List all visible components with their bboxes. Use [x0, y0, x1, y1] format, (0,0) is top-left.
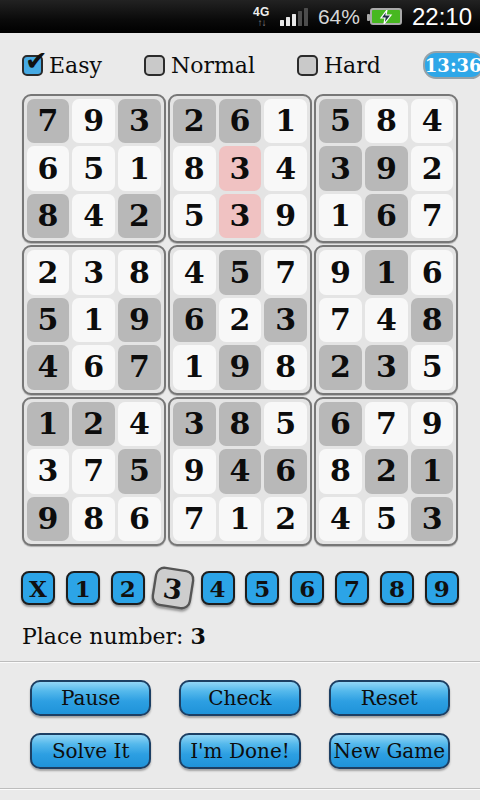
cell-r1c6[interactable]: 1: [264, 99, 307, 143]
cell-r3c3[interactable]: 2: [118, 194, 161, 238]
cell-r2c7[interactable]: 3: [319, 146, 362, 190]
cell-r5c6[interactable]: 3: [264, 298, 307, 342]
cell-r3c9[interactable]: 7: [411, 194, 454, 238]
box-8: 385946712: [168, 397, 312, 546]
cell-r5c7[interactable]: 7: [319, 298, 362, 342]
cell-r2c1[interactable]: 6: [27, 146, 70, 190]
cell-r7c2[interactable]: 2: [72, 402, 115, 446]
cell-r8c2[interactable]: 7: [72, 449, 115, 493]
cell-r2c5[interactable]: 3: [219, 146, 262, 190]
number-key-6[interactable]: 6: [290, 571, 324, 605]
cell-r4c4[interactable]: 4: [173, 250, 216, 294]
place-number-value: 3: [191, 623, 206, 649]
cell-r3c1[interactable]: 8: [27, 194, 70, 238]
cell-r3c5[interactable]: 3: [219, 194, 262, 238]
box-3: 584392167: [314, 94, 458, 243]
box-5: 457623198: [168, 245, 312, 394]
cell-r2c6[interactable]: 4: [264, 146, 307, 190]
cell-r8c1[interactable]: 3: [27, 449, 70, 493]
cell-r1c7[interactable]: 5: [319, 99, 362, 143]
difficulty-option-easy[interactable]: ✔Easy: [22, 53, 102, 78]
cell-r6c7[interactable]: 2: [319, 345, 362, 389]
cell-r1c5[interactable]: 6: [219, 99, 262, 143]
difficulty-option-normal[interactable]: ✔Normal: [144, 53, 255, 78]
box-7: 124375986: [22, 397, 166, 546]
cell-r3c2[interactable]: 4: [72, 194, 115, 238]
check-button[interactable]: Check: [179, 680, 300, 716]
sudoku-grid: 7936518422618345395843921672385194674576…: [22, 94, 459, 546]
cell-r3c7[interactable]: 1: [319, 194, 362, 238]
cell-r9c3[interactable]: 6: [118, 497, 161, 541]
cell-r9c7[interactable]: 4: [319, 497, 362, 541]
cell-r8c7[interactable]: 8: [319, 449, 362, 493]
cell-r2c3[interactable]: 1: [118, 146, 161, 190]
cell-r4c7[interactable]: 9: [319, 250, 362, 294]
cell-r7c4[interactable]: 3: [173, 402, 216, 446]
cell-r7c9[interactable]: 9: [411, 402, 454, 446]
action-buttons: PauseCheckResetSolve ItI'm Done!New Game: [30, 680, 450, 769]
difficulty-option-hard[interactable]: ✔Hard: [297, 53, 381, 78]
i-m-done-button[interactable]: I'm Done!: [179, 733, 300, 769]
divider-top: [0, 661, 480, 663]
game-timer: 13:36: [423, 51, 480, 79]
status-bar: 4G ↑↓ 64% 22:10: [0, 0, 480, 33]
unchecked-checkbox[interactable]: ✔: [297, 55, 318, 76]
cell-r1c2[interactable]: 9: [72, 99, 115, 143]
cell-r9c6[interactable]: 2: [264, 497, 307, 541]
cell-r8c4[interactable]: 9: [173, 449, 216, 493]
cell-r8c9[interactable]: 1: [411, 449, 454, 493]
divider-bottom: [0, 788, 480, 790]
cell-r1c1[interactable]: 7: [27, 99, 70, 143]
cell-r6c3[interactable]: 7: [118, 345, 161, 389]
cell-r7c5[interactable]: 8: [219, 402, 262, 446]
cell-r9c9[interactable]: 3: [411, 497, 454, 541]
number-key-5[interactable]: 5: [245, 571, 279, 605]
place-number-label: Place number:: [22, 624, 184, 649]
cell-r8c5[interactable]: 4: [219, 449, 262, 493]
cell-r9c8[interactable]: 5: [365, 497, 408, 541]
cell-r1c9[interactable]: 4: [411, 99, 454, 143]
cell-r1c4[interactable]: 2: [173, 99, 216, 143]
cell-r5c1[interactable]: 5: [27, 298, 70, 342]
cell-r6c9[interactable]: 5: [411, 345, 454, 389]
signal-strength-icon: [280, 8, 308, 26]
place-number-line: Place number: 3: [22, 623, 480, 649]
difficulty-row: ✔Easy✔Normal✔Hard13:36: [22, 50, 458, 80]
cell-r1c8[interactable]: 8: [365, 99, 408, 143]
new-game-button[interactable]: New Game: [329, 733, 450, 769]
cell-r3c6[interactable]: 9: [264, 194, 307, 238]
erase-key[interactable]: X: [21, 571, 55, 605]
cell-r5c4[interactable]: 6: [173, 298, 216, 342]
cell-r8c3[interactable]: 5: [118, 449, 161, 493]
cell-r5c2[interactable]: 1: [72, 298, 115, 342]
cell-r2c4[interactable]: 8: [173, 146, 216, 190]
difficulty-label: Normal: [171, 53, 255, 78]
cell-r3c4[interactable]: 5: [173, 194, 216, 238]
unchecked-checkbox[interactable]: ✔: [144, 55, 165, 76]
box-9: 679821453: [314, 397, 458, 546]
battery-percent: 64%: [318, 5, 360, 29]
difficulty-label: Easy: [49, 53, 102, 78]
cell-r7c1[interactable]: 1: [27, 402, 70, 446]
cell-r4c8[interactable]: 1: [365, 250, 408, 294]
cell-r5c3[interactable]: 9: [118, 298, 161, 342]
cell-r5c9[interactable]: 8: [411, 298, 454, 342]
number-key-4[interactable]: 4: [201, 571, 235, 605]
cell-r4c5[interactable]: 5: [219, 250, 262, 294]
cell-r9c4[interactable]: 7: [173, 497, 216, 541]
cell-r4c9[interactable]: 6: [411, 250, 454, 294]
cell-r6c8[interactable]: 3: [365, 345, 408, 389]
cell-r4c1[interactable]: 2: [27, 250, 70, 294]
cell-r5c5[interactable]: 2: [219, 298, 262, 342]
cell-r8c6[interactable]: 6: [264, 449, 307, 493]
cell-r2c8[interactable]: 9: [365, 146, 408, 190]
number-key-9[interactable]: 9: [425, 571, 459, 605]
checked-checkbox[interactable]: ✔: [22, 55, 43, 76]
cell-r4c6[interactable]: 7: [264, 250, 307, 294]
cell-r7c6[interactable]: 5: [264, 402, 307, 446]
cell-r7c7[interactable]: 6: [319, 402, 362, 446]
solve-it-button[interactable]: Solve It: [30, 733, 151, 769]
number-pad: X123456789: [21, 568, 459, 608]
cell-r9c5[interactable]: 1: [219, 497, 262, 541]
difficulty-label: Hard: [324, 53, 381, 78]
cell-r7c3[interactable]: 4: [118, 402, 161, 446]
lightning-bolt-icon: [379, 10, 393, 24]
cell-r2c2[interactable]: 5: [72, 146, 115, 190]
cell-r4c3[interactable]: 8: [118, 250, 161, 294]
box-1: 793651842: [22, 94, 166, 243]
data-arrows-icon: ↑↓: [257, 18, 265, 28]
battery-icon: [370, 8, 402, 25]
cell-r5c8[interactable]: 4: [365, 298, 408, 342]
box-6: 916748235: [314, 245, 458, 394]
checkmark-icon: ✔: [25, 45, 48, 76]
cell-r6c5[interactable]: 9: [219, 345, 262, 389]
number-key-7[interactable]: 7: [335, 571, 369, 605]
cell-r6c6[interactable]: 8: [264, 345, 307, 389]
network-4g-icon: 4G ↑↓: [253, 6, 270, 28]
number-key-3[interactable]: 3: [150, 565, 196, 611]
cell-r6c4[interactable]: 1: [173, 345, 216, 389]
cell-r9c1[interactable]: 9: [27, 497, 70, 541]
number-key-2[interactable]: 2: [111, 571, 145, 605]
pause-button[interactable]: Pause: [30, 680, 151, 716]
box-4: 238519467: [22, 245, 166, 394]
cell-r8c8[interactable]: 2: [365, 449, 408, 493]
cell-r9c2[interactable]: 8: [72, 497, 115, 541]
cell-r3c8[interactable]: 6: [365, 194, 408, 238]
cell-r6c2[interactable]: 6: [72, 345, 115, 389]
box-2: 261834539: [168, 94, 312, 243]
cell-r7c8[interactable]: 7: [365, 402, 408, 446]
number-key-1[interactable]: 1: [66, 571, 100, 605]
clock-text: 22:10: [412, 3, 472, 31]
cell-r6c1[interactable]: 4: [27, 345, 70, 389]
reset-button[interactable]: Reset: [329, 680, 450, 716]
cell-r4c2[interactable]: 3: [72, 250, 115, 294]
cell-r1c3[interactable]: 3: [118, 99, 161, 143]
cell-r2c9[interactable]: 2: [411, 146, 454, 190]
number-key-8[interactable]: 8: [380, 571, 414, 605]
